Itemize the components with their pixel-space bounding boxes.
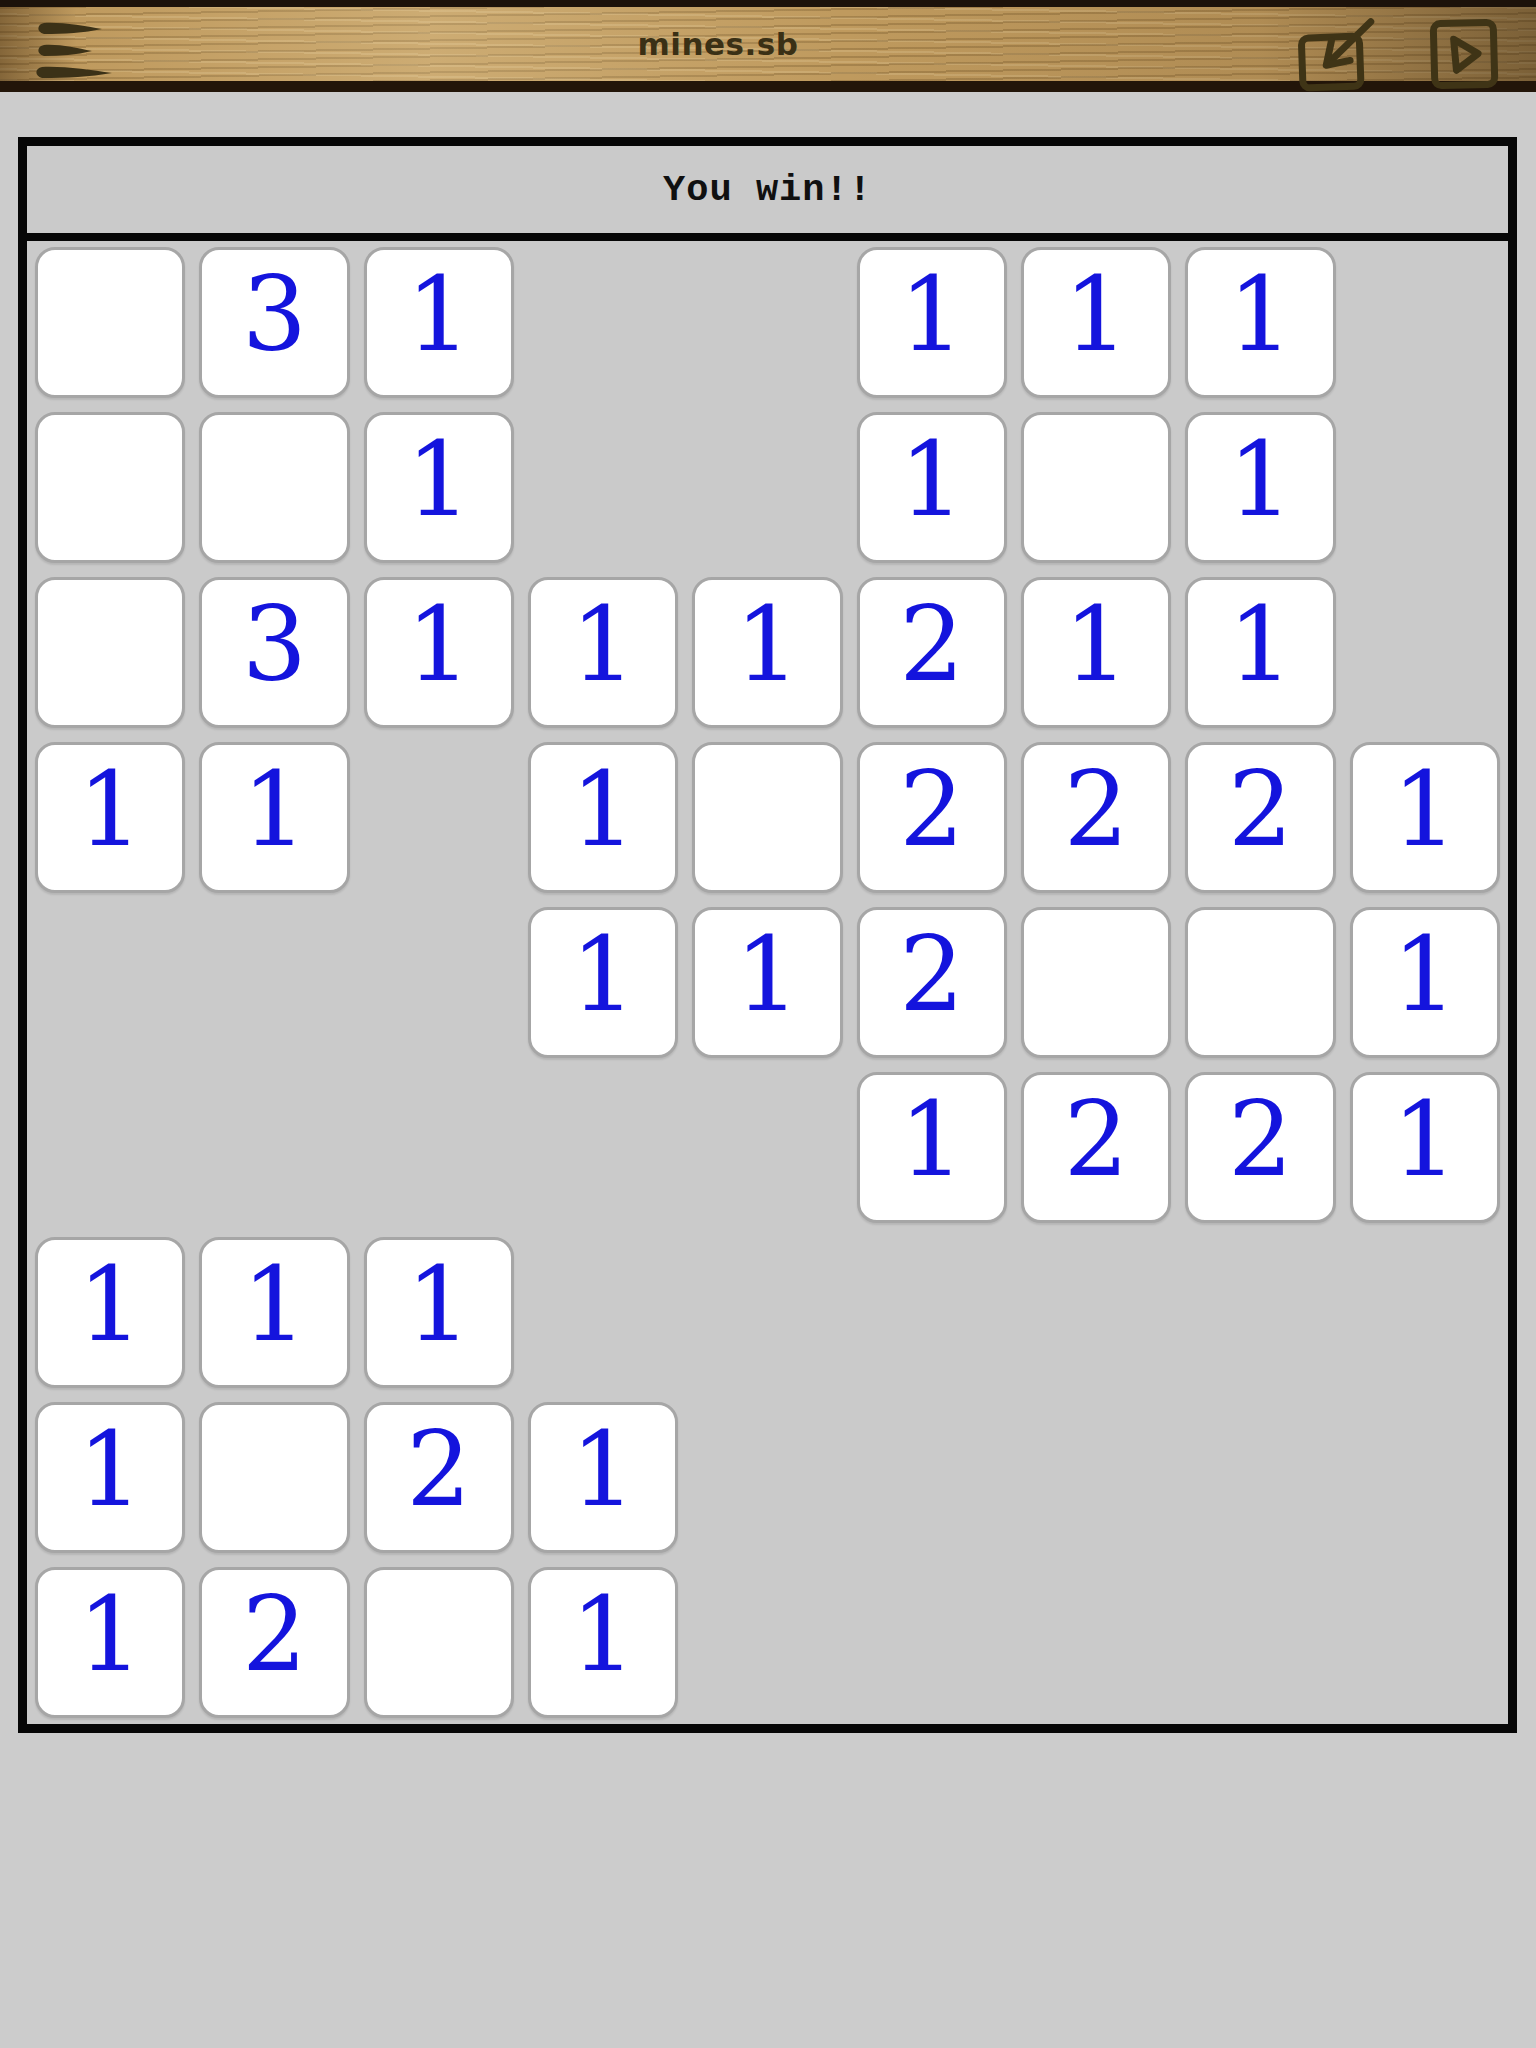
mine-count: 1 (1392, 910, 1457, 1026)
cell[interactable] (199, 412, 349, 563)
mine-count: 1 (78, 1240, 143, 1356)
cell[interactable]: 2 (1185, 742, 1335, 893)
cell[interactable]: 1 (857, 1072, 1007, 1223)
cell[interactable]: 1 (692, 907, 842, 1058)
cell[interactable]: 3 (199, 247, 349, 398)
cell[interactable]: 3 (199, 577, 349, 728)
mine-count: 2 (406, 1405, 471, 1521)
mine-count: 1 (899, 415, 964, 531)
cell[interactable]: 1 (528, 1402, 678, 1553)
cell[interactable] (35, 247, 185, 398)
cell[interactable]: 1 (692, 577, 842, 728)
mine-count: 1 (1392, 745, 1457, 861)
cell[interactable] (364, 1567, 514, 1718)
cell[interactable]: 1 (35, 742, 185, 893)
cell[interactable]: 1 (528, 907, 678, 1058)
cell[interactable] (35, 412, 185, 563)
mine-count: 1 (1228, 250, 1293, 366)
cell[interactable]: 1 (528, 577, 678, 728)
mine-count: 1 (899, 1075, 964, 1191)
cell[interactable]: 2 (364, 1402, 514, 1553)
mine-count: 1 (571, 910, 636, 1026)
mine-count: 1 (1228, 415, 1293, 531)
status-message: You win!! (663, 169, 872, 211)
mine-count: 2 (1228, 1075, 1293, 1191)
cell[interactable] (35, 577, 185, 728)
cell[interactable] (199, 1402, 349, 1553)
mine-count: 1 (899, 250, 964, 366)
mine-count: 2 (899, 580, 964, 696)
cell[interactable]: 1 (857, 412, 1007, 563)
cell[interactable]: 1 (1021, 247, 1171, 398)
cell[interactable]: 1 (199, 1237, 349, 1388)
exit-fullscreen-icon (1301, 22, 1373, 88)
cell[interactable]: 1 (35, 1567, 185, 1718)
mine-count: 1 (406, 1240, 471, 1356)
cell[interactable]: 2 (1021, 1072, 1171, 1223)
mine-count: 1 (406, 250, 471, 366)
cell[interactable]: 1 (1185, 577, 1335, 728)
mine-count: 2 (242, 1570, 307, 1686)
mine-count: 1 (571, 745, 636, 861)
mine-count: 1 (1392, 1075, 1457, 1191)
mine-count: 3 (242, 250, 307, 366)
cell[interactable]: 1 (199, 742, 349, 893)
mine-count: 1 (735, 910, 800, 1026)
cell[interactable] (692, 742, 842, 893)
mine-count: 1 (735, 580, 800, 696)
mine-count: 1 (571, 1405, 636, 1521)
mine-count: 3 (242, 580, 307, 696)
cell[interactable]: 2 (1185, 1072, 1335, 1223)
mine-count: 2 (899, 745, 964, 861)
cell[interactable]: 1 (35, 1402, 185, 1553)
mine-count: 1 (406, 415, 471, 531)
cell[interactable]: 1 (364, 412, 514, 563)
mine-count: 1 (571, 580, 636, 696)
cell[interactable] (1021, 412, 1171, 563)
topbar-buttons (1294, 13, 1504, 97)
mine-count: 1 (78, 1405, 143, 1521)
window-title: mines.sb (638, 7, 799, 81)
cell[interactable]: 2 (199, 1567, 349, 1718)
cell[interactable]: 1 (1350, 742, 1500, 893)
status-banner: You win!! (27, 146, 1508, 241)
cell[interactable]: 1 (1021, 577, 1171, 728)
cell[interactable]: 1 (364, 1237, 514, 1388)
cell[interactable]: 1 (528, 742, 678, 893)
cell[interactable]: 1 (364, 577, 514, 728)
cell[interactable]: 2 (857, 907, 1007, 1058)
mine-count: 2 (1064, 1075, 1129, 1191)
mine-count: 1 (1064, 580, 1129, 696)
mine-count: 1 (242, 745, 307, 861)
cell[interactable]: 2 (857, 742, 1007, 893)
cell[interactable]: 1 (857, 247, 1007, 398)
mine-count: 2 (1228, 745, 1293, 861)
cell[interactable]: 2 (1021, 742, 1171, 893)
mine-count: 2 (1064, 745, 1129, 861)
cell[interactable]: 1 (1350, 907, 1500, 1058)
top-bar: mines.sb (0, 0, 1536, 92)
cell[interactable]: 1 (1185, 247, 1335, 398)
mine-count: 1 (242, 1240, 307, 1356)
mine-count: 1 (1064, 250, 1129, 366)
cell[interactable]: 1 (528, 1567, 678, 1718)
mine-count: 1 (571, 1570, 636, 1686)
cell[interactable] (1021, 907, 1171, 1058)
cell[interactable] (1185, 907, 1335, 1058)
cell[interactable]: 2 (857, 577, 1007, 728)
play-icon (1433, 22, 1495, 86)
minesweeper-board: You win!! 311111113111211111222111211221… (18, 137, 1517, 1733)
cell[interactable]: 1 (364, 247, 514, 398)
cell[interactable]: 1 (35, 1237, 185, 1388)
mine-count: 2 (899, 910, 964, 1026)
mine-count: 1 (1228, 580, 1293, 696)
mine-count: 1 (406, 580, 471, 696)
cell[interactable]: 1 (1185, 412, 1335, 563)
mine-grid: 311111113111211111222111211221111121121 (27, 241, 1508, 1724)
cell[interactable]: 1 (1350, 1072, 1500, 1223)
mine-count: 1 (78, 1570, 143, 1686)
hamburger-menu-icon[interactable] (36, 17, 120, 87)
mine-count: 1 (78, 745, 143, 861)
